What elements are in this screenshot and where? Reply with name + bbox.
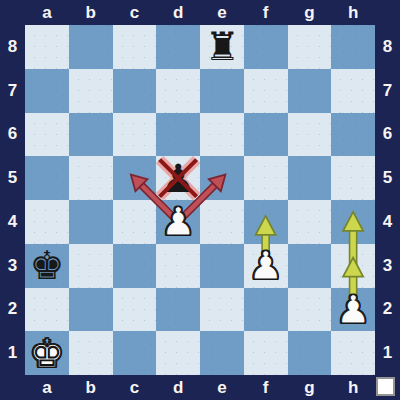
white-pawn-f3[interactable]: ♟ — [244, 244, 288, 288]
square-h7[interactable] — [331, 69, 375, 113]
rank-label-2: 2 — [0, 288, 25, 332]
file-label-e: e — [200, 375, 244, 400]
square-g8[interactable] — [288, 25, 332, 69]
square-f8[interactable] — [244, 25, 288, 69]
square-b6[interactable] — [69, 113, 113, 157]
square-c5[interactable] — [113, 156, 157, 200]
square-d1[interactable] — [156, 331, 200, 375]
square-c1[interactable] — [113, 331, 157, 375]
rank-label-2: 2 — [375, 288, 400, 332]
square-a5[interactable] — [25, 156, 69, 200]
rank-label-8: 8 — [375, 25, 400, 69]
square-e1[interactable] — [200, 331, 244, 375]
square-f2[interactable] — [244, 288, 288, 332]
rank-label-7: 7 — [0, 69, 25, 113]
square-d6[interactable] — [156, 113, 200, 157]
square-g2[interactable] — [288, 288, 332, 332]
square-c8[interactable] — [113, 25, 157, 69]
rank-label-6: 6 — [375, 113, 400, 157]
file-label-g: g — [288, 0, 332, 25]
chessboard — [25, 25, 375, 375]
rank-labels-right: 87654321 — [375, 25, 400, 375]
square-b5[interactable] — [69, 156, 113, 200]
square-h6[interactable] — [331, 113, 375, 157]
square-c7[interactable] — [113, 69, 157, 113]
square-h8[interactable] — [331, 25, 375, 69]
square-h5[interactable] — [331, 156, 375, 200]
rank-label-3: 3 — [375, 244, 400, 288]
file-labels-top: abcdefgh — [25, 0, 375, 25]
square-e7[interactable] — [200, 69, 244, 113]
square-f1[interactable] — [244, 331, 288, 375]
file-label-d: d — [156, 375, 200, 400]
rank-label-1: 1 — [375, 331, 400, 375]
file-label-f: f — [244, 375, 288, 400]
square-b4[interactable] — [69, 200, 113, 244]
file-label-a: a — [25, 0, 69, 25]
square-d2[interactable] — [156, 288, 200, 332]
square-e5[interactable] — [200, 156, 244, 200]
white-to-move-indicator — [376, 377, 395, 396]
square-e3[interactable] — [200, 244, 244, 288]
square-f4[interactable] — [244, 200, 288, 244]
file-label-g: g — [288, 375, 332, 400]
square-e6[interactable] — [200, 113, 244, 157]
black-pawn-d5[interactable]: ♟ — [156, 156, 200, 200]
rank-label-6: 6 — [0, 113, 25, 157]
black-rook-e8[interactable]: ♜ — [200, 25, 244, 69]
file-label-c: c — [113, 375, 157, 400]
square-b2[interactable] — [69, 288, 113, 332]
square-h1[interactable] — [331, 331, 375, 375]
file-labels-bottom: abcdefgh — [25, 375, 375, 400]
square-a7[interactable] — [25, 69, 69, 113]
square-f7[interactable] — [244, 69, 288, 113]
file-label-f: f — [244, 0, 288, 25]
chess-diagram: abcdefgh abcdefgh 87654321 87654321 ♜♟♟♚… — [0, 0, 400, 400]
square-g6[interactable] — [288, 113, 332, 157]
rank-label-1: 1 — [0, 331, 25, 375]
square-d7[interactable] — [156, 69, 200, 113]
black-king-a3[interactable]: ♚ — [25, 244, 69, 288]
square-g5[interactable] — [288, 156, 332, 200]
square-a8[interactable] — [25, 25, 69, 69]
file-label-e: e — [200, 0, 244, 25]
square-b3[interactable] — [69, 244, 113, 288]
square-b7[interactable] — [69, 69, 113, 113]
rank-label-5: 5 — [0, 156, 25, 200]
rank-label-4: 4 — [0, 200, 25, 244]
white-pawn-d4[interactable]: ♟ — [156, 200, 200, 244]
square-f6[interactable] — [244, 113, 288, 157]
square-f5[interactable] — [244, 156, 288, 200]
rank-label-7: 7 — [375, 69, 400, 113]
square-h3[interactable] — [331, 244, 375, 288]
square-a4[interactable] — [25, 200, 69, 244]
rank-label-4: 4 — [375, 200, 400, 244]
square-d3[interactable] — [156, 244, 200, 288]
square-a6[interactable] — [25, 113, 69, 157]
file-label-b: b — [69, 375, 113, 400]
file-label-d: d — [156, 0, 200, 25]
white-pawn-h2[interactable]: ♟ — [331, 288, 375, 332]
square-c2[interactable] — [113, 288, 157, 332]
rank-labels-left: 87654321 — [0, 25, 25, 375]
square-g7[interactable] — [288, 69, 332, 113]
square-c6[interactable] — [113, 113, 157, 157]
file-label-h: h — [331, 375, 375, 400]
white-king-a1[interactable]: ♚ — [25, 331, 69, 375]
file-label-b: b — [69, 0, 113, 25]
square-b8[interactable] — [69, 25, 113, 69]
rank-label-8: 8 — [0, 25, 25, 69]
square-a2[interactable] — [25, 288, 69, 332]
square-g3[interactable] — [288, 244, 332, 288]
file-label-h: h — [331, 0, 375, 25]
square-b1[interactable] — [69, 331, 113, 375]
square-c4[interactable] — [113, 200, 157, 244]
rank-label-5: 5 — [375, 156, 400, 200]
rank-label-3: 3 — [0, 244, 25, 288]
file-label-a: a — [25, 375, 69, 400]
square-e2[interactable] — [200, 288, 244, 332]
file-label-c: c — [113, 0, 157, 25]
square-g1[interactable] — [288, 331, 332, 375]
square-d8[interactable] — [156, 25, 200, 69]
square-c3[interactable] — [113, 244, 157, 288]
square-g4[interactable] — [288, 200, 332, 244]
square-h4[interactable] — [331, 200, 375, 244]
square-e4[interactable] — [200, 200, 244, 244]
